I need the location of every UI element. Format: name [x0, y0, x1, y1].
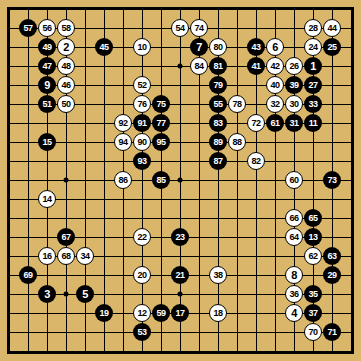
move-number: 93	[137, 157, 146, 166]
move-number: 83	[213, 119, 222, 128]
stone-black-39[interactable]: 39	[285, 76, 303, 94]
move-number: 95	[156, 138, 165, 147]
stone-white-30[interactable]: 30	[285, 95, 303, 113]
move-number: 22	[137, 233, 146, 242]
move-number: 64	[289, 233, 298, 242]
move-number: 63	[327, 252, 336, 261]
stone-black-49[interactable]: 49	[38, 38, 56, 56]
move-number: 52	[137, 81, 146, 90]
stone-white-90[interactable]: 90	[133, 133, 151, 151]
move-number: 82	[251, 157, 260, 166]
move-number: 33	[308, 100, 317, 109]
move-number: 53	[137, 328, 146, 337]
stone-black-77[interactable]: 77	[152, 114, 170, 132]
stone-white-74[interactable]: 74	[190, 19, 208, 37]
move-number: 3	[44, 289, 50, 300]
stone-white-78[interactable]: 78	[228, 95, 246, 113]
move-number: 6	[272, 42, 278, 53]
move-number: 57	[23, 24, 32, 33]
move-number: 84	[194, 62, 203, 71]
stone-white-8[interactable]: 8	[285, 266, 303, 284]
stone-white-46[interactable]: 46	[57, 76, 75, 94]
stone-white-84[interactable]: 84	[190, 57, 208, 75]
move-number: 78	[232, 100, 241, 109]
stone-black-87[interactable]: 87	[209, 152, 227, 170]
move-number: 9	[44, 80, 50, 91]
move-number: 90	[137, 138, 146, 147]
stone-black-59[interactable]: 59	[152, 304, 170, 322]
stone-white-24[interactable]: 24	[304, 38, 322, 56]
move-number: 23	[175, 233, 184, 242]
stone-black-91[interactable]: 91	[133, 114, 151, 132]
move-number: 47	[42, 62, 51, 71]
stone-white-6[interactable]: 6	[266, 38, 284, 56]
move-number: 50	[61, 100, 70, 109]
move-number: 28	[308, 24, 317, 33]
move-number: 87	[213, 157, 222, 166]
move-number: 77	[156, 119, 165, 128]
stone-black-55[interactable]: 55	[209, 95, 227, 113]
move-number: 39	[289, 81, 298, 90]
stone-white-18[interactable]: 18	[209, 304, 227, 322]
move-number: 11	[309, 119, 318, 128]
move-number: 45	[99, 43, 108, 52]
move-number: 58	[61, 24, 70, 33]
move-number: 80	[213, 43, 222, 52]
star-point	[64, 292, 69, 297]
stone-white-22[interactable]: 22	[133, 228, 151, 246]
stone-black-23[interactable]: 23	[171, 228, 189, 246]
stone-black-25[interactable]: 25	[323, 38, 341, 56]
go-board[interactable]: 1234567891011121314151617181920212223242…	[0, 0, 361, 361]
stone-black-1[interactable]: 1	[304, 57, 322, 75]
move-number: 10	[137, 43, 146, 52]
move-number: 49	[42, 43, 51, 52]
stone-white-34[interactable]: 34	[76, 247, 94, 265]
grid-line-vertical	[237, 9, 238, 352]
move-number: 73	[327, 176, 336, 185]
stone-white-44[interactable]: 44	[323, 19, 341, 37]
move-number: 25	[327, 43, 336, 52]
stone-black-29[interactable]: 29	[323, 266, 341, 284]
stone-black-69[interactable]: 69	[19, 266, 37, 284]
stone-black-47[interactable]: 47	[38, 57, 56, 75]
stone-white-36[interactable]: 36	[285, 285, 303, 303]
stone-black-7[interactable]: 7	[190, 38, 208, 56]
stone-black-89[interactable]: 89	[209, 133, 227, 151]
move-number: 60	[289, 176, 298, 185]
move-number: 65	[308, 214, 317, 223]
move-number: 5	[82, 289, 88, 300]
stone-black-31[interactable]: 31	[285, 114, 303, 132]
stone-white-48[interactable]: 48	[57, 57, 75, 75]
move-number: 21	[175, 271, 184, 280]
move-number: 74	[194, 24, 203, 33]
move-number: 85	[156, 176, 165, 185]
move-number: 42	[270, 62, 279, 71]
move-number: 46	[61, 81, 70, 90]
stone-white-28[interactable]: 28	[304, 19, 322, 37]
stone-white-12[interactable]: 12	[133, 304, 151, 322]
stone-white-86[interactable]: 86	[114, 171, 132, 189]
move-number: 61	[270, 119, 279, 128]
move-number: 62	[308, 252, 317, 261]
stone-white-16[interactable]: 16	[38, 247, 56, 265]
stone-white-26[interactable]: 26	[285, 57, 303, 75]
move-number: 56	[42, 24, 51, 33]
move-number: 94	[118, 138, 127, 147]
move-number: 19	[99, 309, 108, 318]
stone-black-43[interactable]: 43	[247, 38, 265, 56]
stone-white-68[interactable]: 68	[57, 247, 75, 265]
stone-white-88[interactable]: 88	[228, 133, 246, 151]
move-number: 24	[308, 43, 317, 52]
move-number: 17	[175, 309, 184, 318]
stone-black-35[interactable]: 35	[304, 285, 322, 303]
move-number: 40	[270, 81, 279, 90]
move-number: 34	[80, 252, 89, 261]
stone-black-75[interactable]: 75	[152, 95, 170, 113]
move-number: 54	[175, 24, 184, 33]
move-number: 18	[213, 309, 222, 318]
stone-black-73[interactable]: 73	[323, 171, 341, 189]
move-number: 48	[61, 62, 70, 71]
move-number: 27	[308, 81, 317, 90]
move-number: 69	[23, 271, 32, 280]
stone-black-61[interactable]: 61	[266, 114, 284, 132]
stone-black-83[interactable]: 83	[209, 114, 227, 132]
move-number: 14	[42, 195, 51, 204]
stone-black-13[interactable]: 13	[304, 228, 322, 246]
grid-line-horizontal	[9, 332, 352, 333]
move-number: 13	[308, 233, 317, 242]
stone-black-95[interactable]: 95	[152, 133, 170, 151]
move-number: 91	[137, 119, 146, 128]
move-number: 66	[289, 214, 298, 223]
stone-white-70[interactable]: 70	[304, 323, 322, 341]
stone-white-38[interactable]: 38	[209, 266, 227, 284]
move-number: 88	[232, 138, 241, 147]
move-number: 92	[118, 119, 127, 128]
stone-black-3[interactable]: 3	[38, 285, 56, 303]
stone-white-94[interactable]: 94	[114, 133, 132, 151]
stone-black-33[interactable]: 33	[304, 95, 322, 113]
grid-line-horizontal	[9, 199, 352, 200]
stone-white-10[interactable]: 10	[133, 38, 151, 56]
move-number: 2	[63, 42, 69, 53]
stone-black-9[interactable]: 9	[38, 76, 56, 94]
move-number: 86	[118, 176, 127, 185]
stone-white-54[interactable]: 54	[171, 19, 189, 37]
move-number: 20	[137, 271, 146, 280]
stone-black-53[interactable]: 53	[133, 323, 151, 341]
move-number: 15	[42, 138, 51, 147]
stone-black-37[interactable]: 37	[304, 304, 322, 322]
stone-white-60[interactable]: 60	[285, 171, 303, 189]
move-number: 59	[156, 309, 165, 318]
move-number: 38	[213, 271, 222, 280]
stone-white-80[interactable]: 80	[209, 38, 227, 56]
stone-white-66[interactable]: 66	[285, 209, 303, 227]
move-number: 31	[289, 119, 298, 128]
move-number: 4	[291, 308, 297, 319]
move-number: 30	[289, 100, 298, 109]
stone-black-57[interactable]: 57	[19, 19, 37, 37]
move-number: 79	[213, 81, 222, 90]
stone-white-42[interactable]: 42	[266, 57, 284, 75]
move-number: 89	[213, 138, 222, 147]
stone-black-27[interactable]: 27	[304, 76, 322, 94]
stone-black-85[interactable]: 85	[152, 171, 170, 189]
stone-white-14[interactable]: 14	[38, 190, 56, 208]
move-number: 81	[213, 62, 222, 71]
stone-black-63[interactable]: 63	[323, 247, 341, 265]
move-number: 36	[289, 290, 298, 299]
stone-white-40[interactable]: 40	[266, 76, 284, 94]
move-number: 67	[61, 233, 70, 242]
stone-white-72[interactable]: 72	[247, 114, 265, 132]
star-point	[178, 64, 183, 69]
stone-white-50[interactable]: 50	[57, 95, 75, 113]
stone-black-65[interactable]: 65	[304, 209, 322, 227]
stone-black-51[interactable]: 51	[38, 95, 56, 113]
move-number: 44	[327, 24, 336, 33]
move-number: 75	[156, 100, 165, 109]
move-number: 29	[327, 271, 336, 280]
stone-black-5[interactable]: 5	[76, 285, 94, 303]
stone-white-32[interactable]: 32	[266, 95, 284, 113]
stone-white-4[interactable]: 4	[285, 304, 303, 322]
stone-white-82[interactable]: 82	[247, 152, 265, 170]
stone-black-79[interactable]: 79	[209, 76, 227, 94]
stone-white-92[interactable]: 92	[114, 114, 132, 132]
stone-white-58[interactable]: 58	[57, 19, 75, 37]
stone-black-21[interactable]: 21	[171, 266, 189, 284]
move-number: 37	[308, 309, 317, 318]
move-number: 76	[137, 100, 146, 109]
stone-white-2[interactable]: 2	[57, 38, 75, 56]
move-number: 51	[42, 100, 51, 109]
move-number: 35	[308, 290, 317, 299]
move-number: 7	[196, 42, 202, 53]
stone-white-20[interactable]: 20	[133, 266, 151, 284]
stone-black-81[interactable]: 81	[209, 57, 227, 75]
stone-black-11[interactable]: 11	[304, 114, 322, 132]
stone-white-76[interactable]: 76	[133, 95, 151, 113]
stone-white-62[interactable]: 62	[304, 247, 322, 265]
move-number: 68	[61, 252, 70, 261]
move-number: 71	[327, 328, 336, 337]
move-number: 43	[251, 43, 260, 52]
move-number: 1	[310, 61, 316, 72]
stone-white-56[interactable]: 56	[38, 19, 56, 37]
stone-black-17[interactable]: 17	[171, 304, 189, 322]
stone-black-71[interactable]: 71	[323, 323, 341, 341]
move-number: 26	[289, 62, 298, 71]
stone-black-67[interactable]: 67	[57, 228, 75, 246]
stone-black-93[interactable]: 93	[133, 152, 151, 170]
stone-black-41[interactable]: 41	[247, 57, 265, 75]
stone-black-15[interactable]: 15	[38, 133, 56, 151]
star-point	[64, 178, 69, 183]
star-point	[178, 292, 183, 297]
move-number: 72	[251, 119, 260, 128]
stone-white-52[interactable]: 52	[133, 76, 151, 94]
stone-black-19[interactable]: 19	[95, 304, 113, 322]
move-number: 70	[308, 328, 317, 337]
move-number: 8	[291, 270, 297, 281]
move-number: 12	[137, 309, 146, 318]
move-number: 16	[42, 252, 51, 261]
move-number: 32	[270, 100, 279, 109]
move-number: 55	[213, 100, 222, 109]
star-point	[178, 178, 183, 183]
stone-white-64[interactable]: 64	[285, 228, 303, 246]
stone-black-45[interactable]: 45	[95, 38, 113, 56]
move-number: 41	[251, 62, 260, 71]
